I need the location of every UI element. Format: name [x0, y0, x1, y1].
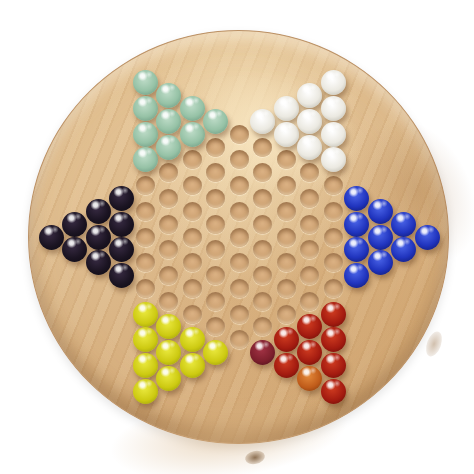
hole-c10-r8[interactable] [253, 292, 272, 311]
marble-yellow-c5-r10[interactable] [133, 302, 158, 327]
hole-c5-r6[interactable] [136, 202, 155, 221]
hole-c6-r7[interactable] [159, 240, 178, 259]
marble-white-c10-r1[interactable] [250, 109, 275, 134]
hole-c13-r9[interactable] [324, 279, 343, 298]
marble-white-c13-r2[interactable] [321, 96, 346, 121]
hole-c7-r7[interactable] [183, 253, 202, 272]
hole-c12-r8[interactable] [300, 266, 319, 285]
marble-yellow-c6-r10[interactable] [156, 314, 181, 339]
hole-c8-r4[interactable] [206, 189, 225, 208]
hole-c11-r6[interactable] [277, 228, 296, 247]
marble-black-c4-r1[interactable] [109, 186, 134, 211]
hole-c7-r6[interactable] [183, 228, 202, 247]
marble-black-c4-r3[interactable] [109, 237, 134, 262]
marble-red-c12-r11[interactable] [297, 340, 322, 365]
hole-c11-r5[interactable] [277, 202, 296, 221]
marble-red-c13-r13[interactable] [321, 379, 346, 404]
hole-c11-r7[interactable] [277, 253, 296, 272]
marble-white-c13-r4[interactable] [321, 147, 346, 172]
marble-white-c13-r3[interactable] [321, 122, 346, 147]
hole-c11-r8[interactable] [277, 279, 296, 298]
marble-black-c2-r2[interactable] [62, 237, 87, 262]
marble-blue-c16-r2[interactable] [391, 237, 416, 262]
hole-c9-r2[interactable] [230, 150, 249, 169]
hole-c10-r4[interactable] [253, 189, 272, 208]
hole-c11-r4[interactable] [277, 176, 296, 195]
hole-c9-r7[interactable] [230, 279, 249, 298]
hole-c12-r6[interactable] [300, 215, 319, 234]
hole-c7-r5[interactable] [183, 202, 202, 221]
marble-green-c5-r4[interactable] [133, 147, 158, 172]
marble-blue-c15-r2[interactable] [368, 225, 393, 250]
marble-red-c11-r11[interactable] [274, 353, 299, 378]
chinese-checkers-board [28, 30, 449, 444]
marble-black-c3-r3[interactable] [86, 250, 111, 275]
marble-red-c13-r10[interactable] [321, 302, 346, 327]
marble-blue-c14-r2[interactable] [344, 212, 369, 237]
marble-red-c11-r10[interactable] [274, 327, 299, 352]
hole-c8-r9[interactable] [206, 317, 225, 336]
photo-canvas [0, 0, 474, 474]
marble-white-c12-r2[interactable] [297, 109, 322, 134]
marble-blue-c16-r1[interactable] [391, 212, 416, 237]
hole-c6-r8[interactable] [159, 266, 178, 285]
hole-c10-r5[interactable] [253, 215, 272, 234]
hole-c10-r2[interactable] [253, 138, 272, 157]
hole-c5-r7[interactable] [136, 228, 155, 247]
hole-c7-r9[interactable] [183, 305, 202, 324]
marble-white-c13-r1[interactable] [321, 70, 346, 95]
hole-c13-r5[interactable] [324, 176, 343, 195]
marble-green-c5-r3[interactable] [133, 122, 158, 147]
hole-c8-r8[interactable] [206, 292, 225, 311]
marble-yellow-c6-r11[interactable] [156, 340, 181, 365]
hole-c9-r6[interactable] [230, 253, 249, 272]
hole-c6-r6[interactable] [159, 215, 178, 234]
hole-c5-r8[interactable] [136, 253, 155, 272]
hole-c9-r4[interactable] [230, 202, 249, 221]
marble-green-c5-r1[interactable] [133, 70, 158, 95]
marble-dark-red-c10-r10[interactable] [250, 340, 275, 365]
hole-c6-r5[interactable] [159, 189, 178, 208]
marble-green-c6-r3[interactable] [156, 135, 181, 160]
hole-c7-r4[interactable] [183, 176, 202, 195]
hole-c11-r3[interactable] [277, 150, 296, 169]
wood-knot [244, 449, 266, 466]
marble-white-c12-r3[interactable] [297, 135, 322, 160]
marble-black-c4-r4[interactable] [109, 263, 134, 288]
marble-white-c11-r1[interactable] [274, 96, 299, 121]
marble-green-c7-r2[interactable] [180, 122, 205, 147]
hole-c10-r7[interactable] [253, 266, 272, 285]
marble-yellow-c6-r12[interactable] [156, 366, 181, 391]
marble-blue-c14-r3[interactable] [344, 237, 369, 262]
hole-c10-r9[interactable] [253, 317, 272, 336]
marble-green-c7-r1[interactable] [180, 96, 205, 121]
hole-c12-r5[interactable] [300, 189, 319, 208]
hole-c8-r3[interactable] [206, 163, 225, 182]
hole-c8-r2[interactable] [206, 138, 225, 157]
marble-black-c1-r1[interactable] [39, 225, 64, 250]
hole-c13-r7[interactable] [324, 228, 343, 247]
hole-c12-r7[interactable] [300, 240, 319, 259]
hole-c7-r3[interactable] [183, 150, 202, 169]
hole-c6-r9[interactable] [159, 292, 178, 311]
marble-white-c11-r2[interactable] [274, 122, 299, 147]
marble-yellow-c5-r12[interactable] [133, 353, 158, 378]
marble-black-c3-r1[interactable] [86, 199, 111, 224]
marble-yellow-c8-r10[interactable] [203, 340, 228, 365]
marble-yellow-c5-r13[interactable] [133, 379, 158, 404]
marble-yellow-c7-r11[interactable] [180, 353, 205, 378]
hole-c9-r1[interactable] [230, 125, 249, 144]
marble-orange-red-c12-r12[interactable] [297, 366, 322, 391]
marble-black-c4-r2[interactable] [109, 212, 134, 237]
marble-yellow-c5-r11[interactable] [133, 327, 158, 352]
marble-black-c3-r2[interactable] [86, 225, 111, 250]
marble-white-c12-r1[interactable] [297, 83, 322, 108]
hole-c5-r5[interactable] [136, 176, 155, 195]
hole-c6-r4[interactable] [159, 163, 178, 182]
hole-c13-r8[interactable] [324, 253, 343, 272]
marble-green-c8-r1[interactable] [203, 109, 228, 134]
hole-c5-r9[interactable] [136, 279, 155, 298]
marble-red-c13-r11[interactable] [321, 327, 346, 352]
hole-c8-r5[interactable] [206, 215, 225, 234]
marble-red-c12-r10[interactable] [297, 314, 322, 339]
hole-c9-r8[interactable] [230, 305, 249, 324]
marble-blue-c17-r1[interactable] [415, 225, 440, 250]
marble-blue-c14-r4[interactable] [344, 263, 369, 288]
hole-c8-r6[interactable] [206, 240, 225, 259]
hole-c13-r6[interactable] [324, 202, 343, 221]
marble-blue-c15-r1[interactable] [368, 199, 393, 224]
hole-c10-r6[interactable] [253, 240, 272, 259]
marble-green-c6-r1[interactable] [156, 83, 181, 108]
marble-red-c13-r12[interactable] [321, 353, 346, 378]
marble-blue-c14-r1[interactable] [344, 186, 369, 211]
hole-c9-r3[interactable] [230, 176, 249, 195]
wood-knot-faint [423, 329, 445, 358]
hole-c9-r9[interactable] [230, 330, 249, 349]
marble-black-c2-r1[interactable] [62, 212, 87, 237]
hole-c11-r9[interactable] [277, 305, 296, 324]
hole-c10-r3[interactable] [253, 163, 272, 182]
marble-blue-c15-r3[interactable] [368, 250, 393, 275]
marble-green-c5-r2[interactable] [133, 96, 158, 121]
marble-yellow-c7-r10[interactable] [180, 327, 205, 352]
hole-c9-r5[interactable] [230, 228, 249, 247]
marble-green-c6-r2[interactable] [156, 109, 181, 134]
hole-c12-r9[interactable] [300, 292, 319, 311]
hole-c12-r4[interactable] [300, 163, 319, 182]
hole-c8-r7[interactable] [206, 266, 225, 285]
hole-c7-r8[interactable] [183, 279, 202, 298]
